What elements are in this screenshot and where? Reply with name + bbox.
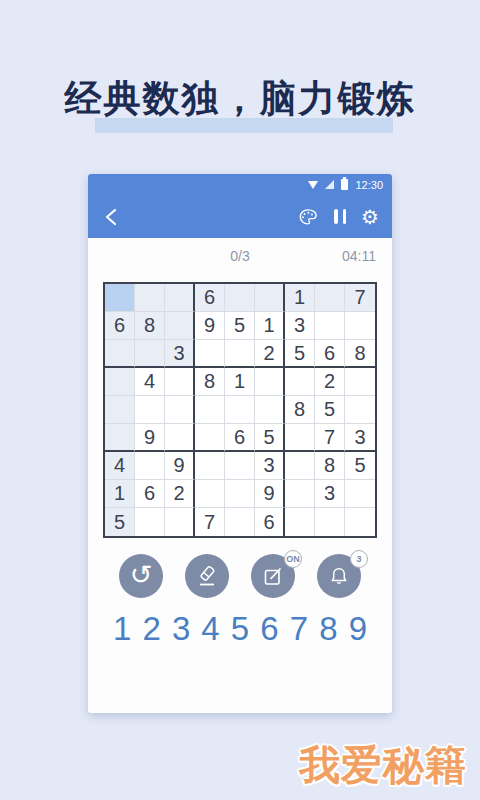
- sudoku-cell-r6c3[interactable]: [165, 424, 195, 452]
- sudoku-cell-r8c9[interactable]: [345, 480, 375, 508]
- sudoku-cell-r2c6[interactable]: 1: [255, 312, 285, 340]
- app-bar: ⚙: [88, 195, 392, 238]
- sudoku-cell-r3c9[interactable]: 8: [345, 340, 375, 368]
- sudoku-cell-r5c9[interactable]: [345, 396, 375, 424]
- numpad-6[interactable]: 6: [260, 611, 278, 647]
- undo-button[interactable]: ↺: [119, 554, 163, 598]
- sudoku-cell-r8c3[interactable]: 2: [165, 480, 195, 508]
- sudoku-cell-r6c4[interactable]: [195, 424, 225, 452]
- sudoku-cell-r4c3[interactable]: [165, 368, 195, 396]
- sudoku-cell-r6c7[interactable]: [285, 424, 315, 452]
- numpad-9[interactable]: 9: [349, 611, 367, 647]
- sudoku-cell-r9c3[interactable]: [165, 508, 195, 536]
- hint-button[interactable]: 3: [317, 554, 361, 598]
- settings-button[interactable]: ⚙: [361, 207, 379, 227]
- game-hud: 0/3 04:11: [88, 248, 392, 276]
- sudoku-cell-r9c5[interactable]: [225, 508, 255, 536]
- timer: 04:11: [342, 248, 376, 264]
- sudoku-cell-r9c1[interactable]: 5: [105, 508, 135, 536]
- title-highlight-bar: [95, 118, 393, 133]
- numpad-5[interactable]: 5: [231, 611, 249, 647]
- sudoku-cell-r1c8[interactable]: [315, 284, 345, 312]
- sudoku-cell-r8c6[interactable]: 9: [255, 480, 285, 508]
- back-button[interactable]: [101, 205, 123, 229]
- sudoku-cell-r7c3[interactable]: 9: [165, 452, 195, 480]
- sudoku-cell-r1c5[interactable]: [225, 284, 255, 312]
- sudoku-cell-r9c7[interactable]: [285, 508, 315, 536]
- sudoku-cell-r8c1[interactable]: 1: [105, 480, 135, 508]
- watermark-logo: 我爱秘籍: [299, 738, 467, 793]
- sudoku-cell-r7c9[interactable]: 5: [345, 452, 375, 480]
- sudoku-cell-r1c4[interactable]: 6: [195, 284, 225, 312]
- gear-icon: ⚙: [361, 207, 379, 227]
- sudoku-cell-r7c6[interactable]: 3: [255, 452, 285, 480]
- notes-button[interactable]: ON: [251, 554, 295, 598]
- sudoku-cell-r7c1[interactable]: 4: [105, 452, 135, 480]
- sudoku-cell-r8c4[interactable]: [195, 480, 225, 508]
- numpad: 123456789: [88, 611, 392, 647]
- numpad-7[interactable]: 7: [290, 611, 308, 647]
- sudoku-cell-r2c9[interactable]: [345, 312, 375, 340]
- sudoku-cell-r2c7[interactable]: 3: [285, 312, 315, 340]
- sudoku-cell-r4c2[interactable]: 4: [135, 368, 165, 396]
- sudoku-cell-r1c6[interactable]: [255, 284, 285, 312]
- sudoku-cell-r6c1[interactable]: [105, 424, 135, 452]
- sudoku-cell-r8c7[interactable]: [285, 480, 315, 508]
- back-chevron-icon: [101, 205, 123, 229]
- sudoku-cell-r1c2[interactable]: [135, 284, 165, 312]
- sudoku-cell-r8c8[interactable]: 3: [315, 480, 345, 508]
- sudoku-cell-r1c9[interactable]: 7: [345, 284, 375, 312]
- sudoku-cell-r3c1[interactable]: [105, 340, 135, 368]
- sudoku-cell-r7c5[interactable]: [225, 452, 255, 480]
- status-time: 12:30: [355, 179, 383, 191]
- numpad-4[interactable]: 4: [201, 611, 219, 647]
- sudoku-cell-r7c7[interactable]: [285, 452, 315, 480]
- numpad-2[interactable]: 2: [142, 611, 160, 647]
- sudoku-cell-r4c1[interactable]: [105, 368, 135, 396]
- sudoku-cell-r9c9[interactable]: [345, 508, 375, 536]
- sudoku-cell-r5c1[interactable]: [105, 396, 135, 424]
- numpad-1[interactable]: 1: [113, 611, 131, 647]
- sudoku-cell-r2c5[interactable]: 5: [225, 312, 255, 340]
- sudoku-cell-r6c9[interactable]: 3: [345, 424, 375, 452]
- sudoku-cell-r1c3[interactable]: [165, 284, 195, 312]
- sudoku-cell-r6c2[interactable]: 9: [135, 424, 165, 452]
- pause-button[interactable]: [334, 209, 346, 224]
- status-bar: 12:30: [88, 174, 392, 195]
- sudoku-cell-r7c2[interactable]: [135, 452, 165, 480]
- signal-icon: [325, 180, 334, 189]
- bell-icon: [327, 564, 351, 588]
- sudoku-cell-r6c6[interactable]: 5: [255, 424, 285, 452]
- sudoku-cell-r8c2[interactable]: 6: [135, 480, 165, 508]
- sudoku-cell-r4c6[interactable]: [255, 368, 285, 396]
- sudoku-cell-r5c4[interactable]: [195, 396, 225, 424]
- sudoku-cell-r4c7[interactable]: [285, 368, 315, 396]
- page-title: 经典数独，脑力锻炼: [65, 78, 416, 119]
- sudoku-cell-r5c6[interactable]: [255, 396, 285, 424]
- undo-icon: ↺: [130, 561, 153, 588]
- sudoku-cell-r4c8[interactable]: 2: [315, 368, 345, 396]
- sudoku-grid: 61768951332568481285965734938516293576: [103, 282, 377, 538]
- sudoku-cell-r5c5[interactable]: [225, 396, 255, 424]
- hint-count-badge: 3: [350, 550, 368, 568]
- eraser-button[interactable]: [185, 554, 229, 598]
- sudoku-cell-r3c7[interactable]: 5: [285, 340, 315, 368]
- sudoku-cell-r4c4[interactable]: 8: [195, 368, 225, 396]
- sudoku-cell-r9c6[interactable]: 6: [255, 508, 285, 536]
- palette-icon: [297, 206, 319, 228]
- sudoku-cell-r2c8[interactable]: [315, 312, 345, 340]
- sudoku-cell-r2c1[interactable]: 6: [105, 312, 135, 340]
- sudoku-cell-r5c3[interactable]: [165, 396, 195, 424]
- sudoku-cell-r2c4[interactable]: 9: [195, 312, 225, 340]
- phone-screenshot: 12:30 ⚙ 0/3 04:11: [88, 174, 392, 713]
- sudoku-cell-r9c2[interactable]: [135, 508, 165, 536]
- sudoku-cell-r5c8[interactable]: 5: [315, 396, 345, 424]
- edit-icon: [261, 564, 285, 588]
- sudoku-cell-r3c3[interactable]: 3: [165, 340, 195, 368]
- numpad-8[interactable]: 8: [319, 611, 337, 647]
- battery-icon: [341, 179, 348, 190]
- sudoku-cell-r6c8[interactable]: 7: [315, 424, 345, 452]
- sudoku-cell-r3c6[interactable]: 2: [255, 340, 285, 368]
- sudoku-cell-r1c1[interactable]: [105, 284, 135, 312]
- sudoku-cell-r8c5[interactable]: [225, 480, 255, 508]
- numpad-3[interactable]: 3: [172, 611, 190, 647]
- sudoku-cell-r9c8[interactable]: [315, 508, 345, 536]
- sudoku-cell-r7c8[interactable]: 8: [315, 452, 345, 480]
- sudoku-cell-r3c8[interactable]: 6: [315, 340, 345, 368]
- sudoku-cell-r5c2[interactable]: [135, 396, 165, 424]
- sudoku-cell-r3c2[interactable]: [135, 340, 165, 368]
- hero-title: 经典数独，脑力锻炼: [0, 74, 480, 124]
- sudoku-cell-r9c4[interactable]: 7: [195, 508, 225, 536]
- sudoku-cell-r7c4[interactable]: [195, 452, 225, 480]
- sudoku-cell-r4c5[interactable]: 1: [225, 368, 255, 396]
- sudoku-cell-r6c5[interactable]: 6: [225, 424, 255, 452]
- sudoku-cell-r3c5[interactable]: [225, 340, 255, 368]
- sudoku-cell-r2c2[interactable]: 8: [135, 312, 165, 340]
- theme-button[interactable]: [297, 206, 319, 228]
- sudoku-cell-r2c3[interactable]: [165, 312, 195, 340]
- toolbar: ↺ ON 3: [88, 554, 392, 598]
- sudoku-cell-r5c7[interactable]: 8: [285, 396, 315, 424]
- sudoku-cell-r4c9[interactable]: [345, 368, 375, 396]
- sudoku-cell-r1c7[interactable]: 1: [285, 284, 315, 312]
- sudoku-cell-r3c4[interactable]: [195, 340, 225, 368]
- wifi-icon: [308, 181, 318, 189]
- notes-on-badge: ON: [284, 550, 302, 568]
- eraser-icon: [195, 564, 219, 588]
